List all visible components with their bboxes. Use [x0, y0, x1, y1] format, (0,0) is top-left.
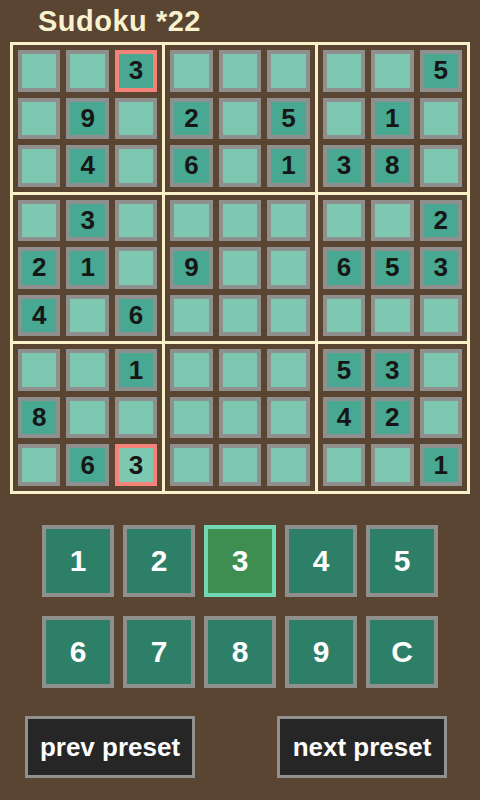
cell-r6c5[interactable]	[219, 295, 261, 337]
sudoku-board: 394256151383214692653186353421	[10, 42, 470, 494]
cell-r1c2[interactable]	[66, 50, 108, 92]
pad-key-5[interactable]: 5	[366, 525, 438, 597]
cell-r5c5[interactable]	[219, 247, 261, 289]
cell-r7c5[interactable]	[219, 349, 261, 391]
cell-r8c2[interactable]	[66, 397, 108, 439]
cell-r2c8[interactable]: 1	[371, 98, 413, 140]
cell-r3c8[interactable]: 8	[371, 145, 413, 187]
pad-key-6[interactable]: 6	[42, 616, 114, 688]
cell-r9c2[interactable]: 6	[66, 444, 108, 486]
pad-key-4[interactable]: 4	[285, 525, 357, 597]
cell-r4c9[interactable]: 2	[420, 200, 462, 242]
box-1-1: 9	[165, 195, 314, 342]
cell-r6c9[interactable]	[420, 295, 462, 337]
cell-r6c7[interactable]	[323, 295, 365, 337]
page-title: Sudoku *22	[38, 0, 201, 42]
cell-r9c4[interactable]	[170, 444, 212, 486]
cell-r8c3[interactable]	[115, 397, 157, 439]
cell-r6c2[interactable]	[66, 295, 108, 337]
cell-r2c5[interactable]	[219, 98, 261, 140]
cell-r4c1[interactable]	[18, 200, 60, 242]
cell-r7c9[interactable]	[420, 349, 462, 391]
cell-r7c2[interactable]	[66, 349, 108, 391]
cell-r6c1[interactable]: 4	[18, 295, 60, 337]
cell-r6c3[interactable]: 6	[115, 295, 157, 337]
box-2-2: 53421	[318, 344, 467, 491]
pad-key-8[interactable]: 8	[204, 616, 276, 688]
pad-key-3[interactable]: 3	[204, 525, 276, 597]
cell-r3c2[interactable]: 4	[66, 145, 108, 187]
cell-r1c6[interactable]	[267, 50, 309, 92]
cell-r1c8[interactable]	[371, 50, 413, 92]
cell-r7c1[interactable]	[18, 349, 60, 391]
box-0-0: 394	[13, 45, 162, 192]
cell-r2c6[interactable]: 5	[267, 98, 309, 140]
cell-r8c9[interactable]	[420, 397, 462, 439]
box-2-1	[165, 344, 314, 491]
cell-r4c8[interactable]	[371, 200, 413, 242]
cell-r1c9[interactable]: 5	[420, 50, 462, 92]
pad-key-9[interactable]: 9	[285, 616, 357, 688]
cell-r3c7[interactable]: 3	[323, 145, 365, 187]
number-pad-row-1: 12345	[0, 525, 480, 597]
cell-r8c8[interactable]: 2	[371, 397, 413, 439]
cell-r1c5[interactable]	[219, 50, 261, 92]
box-1-2: 2653	[318, 195, 467, 342]
cell-r8c4[interactable]	[170, 397, 212, 439]
cell-r9c7[interactable]	[323, 444, 365, 486]
cell-r3c3[interactable]	[115, 145, 157, 187]
cell-r1c7[interactable]	[323, 50, 365, 92]
box-2-0: 1863	[13, 344, 162, 491]
cell-r2c2[interactable]: 9	[66, 98, 108, 140]
cell-r4c2[interactable]: 3	[66, 200, 108, 242]
cell-r7c6[interactable]	[267, 349, 309, 391]
box-1-0: 32146	[13, 195, 162, 342]
cell-r2c9[interactable]	[420, 98, 462, 140]
cell-r2c3[interactable]	[115, 98, 157, 140]
cell-r4c5[interactable]	[219, 200, 261, 242]
pad-key-C[interactable]: C	[366, 616, 438, 688]
cell-r5c9[interactable]: 3	[420, 247, 462, 289]
cell-r4c3[interactable]	[115, 200, 157, 242]
cell-r8c1[interactable]: 8	[18, 397, 60, 439]
cell-r1c3[interactable]: 3	[115, 50, 157, 92]
cell-r8c7[interactable]: 4	[323, 397, 365, 439]
cell-r3c4[interactable]: 6	[170, 145, 212, 187]
cell-r6c8[interactable]	[371, 295, 413, 337]
cell-r8c6[interactable]	[267, 397, 309, 439]
cell-r9c3[interactable]: 3	[115, 444, 157, 486]
cell-r3c1[interactable]	[18, 145, 60, 187]
number-pad-row-2: 6789C	[0, 616, 480, 688]
cell-r5c4[interactable]: 9	[170, 247, 212, 289]
cell-r5c1[interactable]: 2	[18, 247, 60, 289]
cell-r5c3[interactable]	[115, 247, 157, 289]
cell-r2c4[interactable]: 2	[170, 98, 212, 140]
cell-r5c8[interactable]: 5	[371, 247, 413, 289]
cell-r1c4[interactable]	[170, 50, 212, 92]
cell-r3c5[interactable]	[219, 145, 261, 187]
pad-key-7[interactable]: 7	[123, 616, 195, 688]
cell-r4c4[interactable]	[170, 200, 212, 242]
cell-r2c1[interactable]	[18, 98, 60, 140]
app-screen: Sudoku *22 39425615138321469265318635342…	[0, 0, 480, 800]
cell-r5c2[interactable]: 1	[66, 247, 108, 289]
cell-r6c4[interactable]	[170, 295, 212, 337]
cell-r3c6[interactable]: 1	[267, 145, 309, 187]
cell-r2c7[interactable]	[323, 98, 365, 140]
cell-r5c6[interactable]	[267, 247, 309, 289]
next-preset-button[interactable]: next preset	[277, 716, 447, 778]
cell-r7c4[interactable]	[170, 349, 212, 391]
cell-r4c7[interactable]	[323, 200, 365, 242]
cell-r8c5[interactable]	[219, 397, 261, 439]
cell-r9c5[interactable]	[219, 444, 261, 486]
cell-r9c8[interactable]	[371, 444, 413, 486]
cell-r7c8[interactable]: 3	[371, 349, 413, 391]
cell-r3c9[interactable]	[420, 145, 462, 187]
cell-r9c1[interactable]	[18, 444, 60, 486]
box-0-1: 2561	[165, 45, 314, 192]
cell-r1c1[interactable]	[18, 50, 60, 92]
cell-r9c9[interactable]: 1	[420, 444, 462, 486]
pad-key-2[interactable]: 2	[123, 525, 195, 597]
prev-preset-button[interactable]: prev preset	[25, 716, 195, 778]
cell-r5c7[interactable]: 6	[323, 247, 365, 289]
cell-r4c6[interactable]	[267, 200, 309, 242]
cell-r7c3[interactable]: 1	[115, 349, 157, 391]
cell-r7c7[interactable]: 5	[323, 349, 365, 391]
box-0-2: 5138	[318, 45, 467, 192]
cell-r9c6[interactable]	[267, 444, 309, 486]
pad-key-1[interactable]: 1	[42, 525, 114, 597]
cell-r6c6[interactable]	[267, 295, 309, 337]
